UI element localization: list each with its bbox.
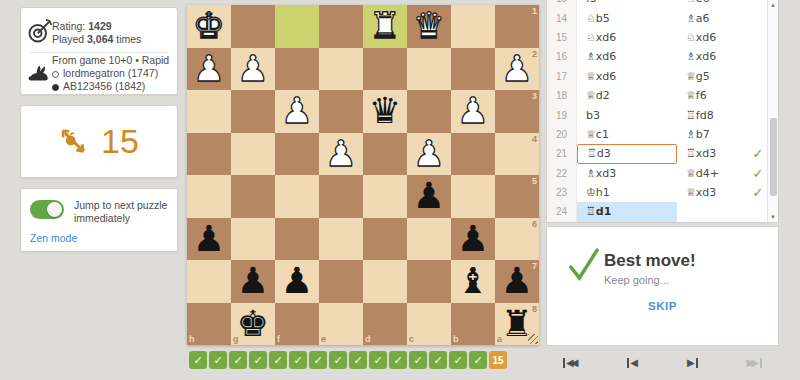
previous-move-button[interactable]: ◀ <box>627 358 638 368</box>
zen-mode-link[interactable]: Zen mode <box>30 232 77 244</box>
move-navigation: ◀◀ ◀ ▶ ▶▶ <box>547 345 778 380</box>
square-g2[interactable]: ♟ <box>231 48 275 91</box>
square-e3[interactable] <box>319 90 363 133</box>
white-move[interactable]: ♗xd6 <box>577 47 677 66</box>
player-white: lordmegatron (1747) <box>52 67 158 80</box>
correct-move-check-icon <box>749 105 767 124</box>
square-a5[interactable]: 5 <box>495 175 539 218</box>
square-b5[interactable] <box>451 175 495 218</box>
square-h2[interactable]: ♟ <box>187 48 231 91</box>
correct-move-check-icon <box>749 125 767 144</box>
solved-puzzle-chip: ✓ <box>449 351 467 369</box>
target-rating-icon <box>28 18 52 44</box>
white-move[interactable]: ♗xd3 <box>577 164 677 183</box>
streak-badge: 15 <box>489 351 507 369</box>
white-pawn[interactable]: ♟ <box>275 90 319 133</box>
move-number: 15 <box>547 28 577 47</box>
white-move[interactable]: f3 <box>577 0 677 8</box>
move-row-24: 24♖d1 <box>547 202 767 221</box>
solved-puzzle-chip: ✓ <box>469 351 487 369</box>
move-row-23: 23♔h1♕xd3✓ <box>547 183 767 202</box>
white-move[interactable]: ♔h1 <box>577 183 677 202</box>
square-b4[interactable] <box>451 133 495 176</box>
rank-label-4: 4 <box>532 134 537 144</box>
square-f3[interactable]: ♟ <box>275 90 319 133</box>
square-b6[interactable]: ♟ <box>451 218 495 261</box>
square-a4[interactable]: 4 <box>495 133 539 176</box>
white-rook[interactable]: ♜ <box>363 5 407 48</box>
correct-move-check-icon: ✓ <box>749 183 767 202</box>
move-number: 20 <box>547 125 577 144</box>
correct-move-check-icon <box>749 47 767 66</box>
square-g5[interactable] <box>231 175 275 218</box>
next-move-button[interactable]: ▶ <box>687 358 698 368</box>
white-pawn[interactable]: ♟ <box>187 48 231 91</box>
chess-board[interactable]: ♚♜♛1♟♟♟2♟♛♟3♟♟4♟5♟♟6♟♟♝♟7h♚gfedcb♜a8 <box>187 5 539 345</box>
move-rows: 13f3♘e614♘b5♗a615♘xd6♘xd616♗xd6♗xd617♕xd… <box>547 0 767 222</box>
rank-label-3: 3 <box>532 91 537 101</box>
move-number: 23 <box>547 183 577 202</box>
file-label-c: c <box>409 334 414 344</box>
square-c7[interactable] <box>407 260 451 303</box>
board-resize-grip[interactable] <box>528 334 538 344</box>
puzzle-history-strip: ✓✓✓✓✓✓✓✓✓✓✓✓✓✓✓15 <box>189 351 507 369</box>
game-source-line: From game 10+0 • Rapid <box>52 54 169 67</box>
feedback-subtitle: Keep going... <box>604 274 669 286</box>
white-move[interactable]: ♕c1 <box>577 125 677 144</box>
scroll-down-icon[interactable]: ▼ <box>768 214 778 220</box>
square-g4[interactable] <box>231 133 275 176</box>
square-b3[interactable]: ♟ <box>451 90 495 133</box>
square-h7[interactable] <box>187 260 231 303</box>
square-d4[interactable] <box>363 133 407 176</box>
move-number: 16 <box>547 47 577 66</box>
square-c8[interactable]: c <box>407 303 451 346</box>
white-king[interactable]: ♚ <box>187 5 231 48</box>
square-h8[interactable]: h <box>187 303 231 346</box>
white-move[interactable]: ♖d1 <box>577 202 677 221</box>
rapid-rabbit-icon <box>27 61 51 85</box>
correct-move-check-icon <box>749 202 767 221</box>
move-list[interactable]: 13f3♘e614♘b5♗a615♘xd6♘xd616♗xd6♗xd617♕xd… <box>547 0 778 222</box>
skip-button[interactable]: SKIP <box>547 300 778 312</box>
jump-to-last-button[interactable]: ▶▶ <box>747 358 762 368</box>
square-h3[interactable] <box>187 90 231 133</box>
square-e5[interactable] <box>319 175 363 218</box>
square-b8[interactable]: b <box>451 303 495 346</box>
white-move[interactable]: b3 <box>577 105 677 124</box>
square-e8[interactable]: e <box>319 303 363 346</box>
square-h1[interactable]: ♚ <box>187 5 231 48</box>
square-a1[interactable]: 1 <box>495 5 539 48</box>
square-g6[interactable] <box>231 218 275 261</box>
black-move[interactable]: ♗a6 <box>677 8 749 27</box>
square-f1[interactable] <box>275 5 319 48</box>
square-d5[interactable] <box>363 175 407 218</box>
white-pawn[interactable]: ♟ <box>231 48 275 91</box>
file-label-b: b <box>453 334 459 344</box>
black-pawn[interactable]: ♟ <box>275 260 319 303</box>
card-divider <box>29 52 169 53</box>
scroll-up-icon[interactable]: ▲ <box>768 2 778 8</box>
move-number: 19 <box>547 105 577 124</box>
square-c6[interactable] <box>407 218 451 261</box>
black-move[interactable]: ♘xd6 <box>677 28 749 47</box>
white-move[interactable]: ♕xd6 <box>577 67 677 86</box>
square-d2[interactable] <box>363 48 407 91</box>
move-row-21: 21♖d3♖xd3✓ <box>547 144 767 163</box>
feedback-panel: Best move! Keep going... SKIP <box>547 227 778 345</box>
square-e4[interactable]: ♟ <box>319 133 363 176</box>
black-move[interactable]: ♗b7 <box>677 125 749 144</box>
move-row-20: 20♕c1♗b7 <box>547 125 767 144</box>
move-number: 13 <box>547 0 577 8</box>
square-d3[interactable]: ♛ <box>363 90 407 133</box>
white-pawn[interactable]: ♟ <box>319 133 363 176</box>
streak-card: 15 <box>20 105 178 178</box>
settings-card: Jump to next puzzle immediately Zen mode <box>20 188 178 252</box>
move-row-17: 17♕xd6♕g5 <box>547 67 767 86</box>
square-g3[interactable] <box>231 90 275 133</box>
best-move-check-icon <box>567 243 601 285</box>
solved-puzzle-chip: ✓ <box>189 351 207 369</box>
correct-move-check-icon <box>749 28 767 47</box>
black-move[interactable]: ♕f6 <box>677 86 749 105</box>
jump-to-next-label: Jump to next puzzle immediately <box>74 199 174 225</box>
square-c5[interactable]: ♟ <box>407 175 451 218</box>
square-d8[interactable]: d <box>363 303 407 346</box>
square-a2[interactable]: ♟2 <box>495 48 539 91</box>
file-label-d: d <box>365 334 371 344</box>
square-f4[interactable] <box>275 133 319 176</box>
solved-puzzle-chip: ✓ <box>329 351 347 369</box>
file-label-e: e <box>321 334 326 344</box>
move-number: 17 <box>547 67 577 86</box>
move-number: 21 <box>547 144 577 163</box>
square-c4[interactable]: ♟ <box>407 133 451 176</box>
white-move[interactable]: ♕d2 <box>577 86 677 105</box>
scrollbar-thumb[interactable] <box>770 118 777 196</box>
move-number: 22 <box>547 164 577 183</box>
square-d7[interactable] <box>363 260 407 303</box>
move-row-22: 22♗xd3♕d4+✓ <box>547 164 767 183</box>
black-move[interactable]: ♕g5 <box>677 67 749 86</box>
puzzle-played-count: Played 3,064 times <box>52 33 141 46</box>
solved-puzzle-chip: ✓ <box>389 351 407 369</box>
puzzle-page: Rating: 1429 Played 3,064 times From gam… <box>0 0 800 380</box>
square-c3[interactable] <box>407 90 451 133</box>
solved-puzzle-chip: ✓ <box>349 351 367 369</box>
jump-to-next-toggle[interactable] <box>30 200 64 219</box>
rank-label-6: 6 <box>532 219 537 229</box>
square-f2[interactable] <box>275 48 319 91</box>
move-number: 14 <box>547 8 577 27</box>
file-label-f: f <box>277 334 280 344</box>
correct-move-check-icon <box>749 67 767 86</box>
black-pawn[interactable]: ♟ <box>187 218 231 261</box>
solved-puzzle-chip: ✓ <box>269 351 287 369</box>
file-label-a: a <box>497 334 502 344</box>
square-g8[interactable]: ♚g <box>231 303 275 346</box>
move-row-18: 18♕d2♕f6 <box>547 86 767 105</box>
black-move[interactable]: ♘e6 <box>677 0 749 8</box>
square-e1[interactable] <box>319 5 363 48</box>
square-f6[interactable] <box>275 218 319 261</box>
rank-label-2: 2 <box>532 49 537 59</box>
move-row-19: 19b3♖fd8 <box>547 105 767 124</box>
square-f8[interactable]: f <box>275 303 319 346</box>
square-d6[interactable] <box>363 218 407 261</box>
black-pawn[interactable]: ♟ <box>451 218 495 261</box>
solved-puzzle-chip: ✓ <box>429 351 447 369</box>
puzzle-rating: Rating: 1429 <box>52 20 112 33</box>
square-a7[interactable]: ♟7 <box>495 260 539 303</box>
square-e2[interactable] <box>319 48 363 91</box>
correct-move-check-icon <box>749 86 767 105</box>
white-move[interactable]: ♖d3 <box>577 144 677 163</box>
jump-to-first-button[interactable]: ◀◀ <box>563 358 578 368</box>
puzzle-info-card: Rating: 1429 Played 3,064 times From gam… <box>20 7 178 95</box>
solved-puzzle-chip: ✓ <box>409 351 427 369</box>
toggle-knob[interactable] <box>47 202 62 217</box>
white-player-icon <box>52 71 59 78</box>
file-label-g: g <box>233 334 239 344</box>
square-b2[interactable] <box>451 48 495 91</box>
correct-move-check-icon <box>749 0 767 8</box>
move-row-15: 15♘xd6♘xd6 <box>547 28 767 47</box>
move-list-scrollbar[interactable]: ▲ ▼ <box>767 0 778 222</box>
black-bishop[interactable]: ♝ <box>451 260 495 303</box>
black-pawn[interactable]: ♟ <box>407 175 451 218</box>
black-move[interactable]: ♖fd8 <box>677 105 749 124</box>
rank-label-1: 1 <box>532 6 537 16</box>
solved-puzzle-chip: ✓ <box>229 351 247 369</box>
square-c1[interactable]: ♛ <box>407 5 451 48</box>
square-c2[interactable] <box>407 48 451 91</box>
square-a3[interactable]: 3 <box>495 90 539 133</box>
black-move[interactable]: ♕xd3 <box>677 183 749 202</box>
solved-puzzle-chip: ✓ <box>369 351 387 369</box>
white-move[interactable]: ♘xd6 <box>577 28 677 47</box>
player-black: AB123456 (1842) <box>52 80 145 93</box>
correct-move-check-icon: ✓ <box>749 164 767 183</box>
feedback-title: Best move! <box>604 251 696 271</box>
square-b7[interactable]: ♝ <box>451 260 495 303</box>
white-queen[interactable]: ♛ <box>407 5 451 48</box>
solved-puzzle-chip: ✓ <box>309 351 327 369</box>
square-h6[interactable]: ♟ <box>187 218 231 261</box>
file-label-h: h <box>189 334 195 344</box>
black-move[interactable]: ♖xd3 <box>677 144 749 163</box>
solved-puzzle-chip: ✓ <box>289 351 307 369</box>
black-move[interactable] <box>677 202 749 221</box>
black-queen[interactable]: ♛ <box>363 90 407 133</box>
move-row-14: 14♘b5♗a6 <box>547 8 767 27</box>
move-row-16: 16♗xd6♗xd6 <box>547 47 767 66</box>
correct-move-check-icon: ✓ <box>749 144 767 163</box>
square-f5[interactable] <box>275 175 319 218</box>
move-number: 18 <box>547 86 577 105</box>
square-e7[interactable] <box>319 260 363 303</box>
square-g7[interactable]: ♟ <box>231 260 275 303</box>
black-move[interactable]: ♕d4+ <box>677 164 749 183</box>
streak-count: 15 <box>101 122 139 161</box>
square-h5[interactable] <box>187 175 231 218</box>
black-pawn[interactable]: ♟ <box>231 260 275 303</box>
solved-puzzle-chip: ✓ <box>209 351 227 369</box>
rank-label-5: 5 <box>532 176 537 186</box>
solved-puzzle-chip: ✓ <box>249 351 267 369</box>
white-pawn[interactable]: ♟ <box>451 90 495 133</box>
square-e6[interactable] <box>319 218 363 261</box>
square-a6[interactable]: 6 <box>495 218 539 261</box>
streak-arrow-icon <box>59 127 89 157</box>
square-d1[interactable]: ♜ <box>363 5 407 48</box>
black-player-icon <box>52 84 59 91</box>
correct-move-check-icon <box>749 8 767 27</box>
square-g1[interactable] <box>231 5 275 48</box>
move-row-13: 13f3♘e6 <box>547 0 767 8</box>
square-h4[interactable] <box>187 133 231 176</box>
move-number: 24 <box>547 202 577 221</box>
rank-label-7: 7 <box>532 261 537 271</box>
white-move[interactable]: ♘b5 <box>577 8 677 27</box>
black-move[interactable]: ♗xd6 <box>677 47 749 66</box>
square-f7[interactable]: ♟ <box>275 260 319 303</box>
square-b1[interactable] <box>451 5 495 48</box>
rank-label-8: 8 <box>532 304 537 314</box>
white-pawn[interactable]: ♟ <box>407 133 451 176</box>
